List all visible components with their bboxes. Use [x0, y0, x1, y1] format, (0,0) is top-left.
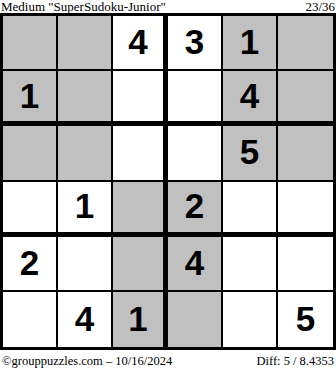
cell-r3c5: 5	[223, 126, 278, 181]
cell-r5c1: 2	[3, 237, 58, 292]
given-digit: 5	[296, 301, 315, 338]
cell-r5c5[interactable]	[223, 237, 278, 292]
cell-r6c3: 1	[113, 292, 168, 347]
cell-r5c6[interactable]	[278, 237, 333, 292]
cell-r4c1[interactable]	[3, 182, 58, 237]
cell-r3c6[interactable]	[278, 126, 333, 181]
cell-r1c4: 3	[168, 16, 223, 71]
cell-r6c6: 5	[278, 292, 333, 347]
copyright-credit: ©grouppuzzles.com – 10/16/2024	[2, 353, 172, 370]
puzzle-header: Medium "SuperSudoku-Junior" 23/36	[0, 0, 336, 13]
cell-r3c2[interactable]	[58, 126, 113, 181]
cell-r6c4[interactable]	[168, 292, 223, 347]
cell-r2c6[interactable]	[278, 71, 333, 126]
cell-r1c6[interactable]	[278, 16, 333, 71]
given-digit: 3	[185, 24, 204, 61]
cell-r4c3[interactable]	[113, 182, 168, 237]
given-digit: 5	[240, 134, 259, 171]
cell-r2c2[interactable]	[58, 71, 113, 126]
cell-r5c4: 4	[168, 237, 223, 292]
puzzle-page: Medium "SuperSudoku-Junior" 23/36 431145…	[0, 0, 336, 370]
given-digit: 1	[75, 188, 94, 225]
difficulty-rating: Diff: 5 / 8.4353	[256, 353, 334, 370]
cell-r1c2[interactable]	[58, 16, 113, 71]
cell-r3c4[interactable]	[168, 126, 223, 181]
cell-r1c3: 4	[113, 16, 168, 71]
given-digit: 4	[185, 245, 204, 282]
cell-r1c1[interactable]	[3, 16, 58, 71]
cell-r2c3[interactable]	[113, 71, 168, 126]
cell-r6c1[interactable]	[3, 292, 58, 347]
given-digit: 4	[128, 24, 147, 61]
given-digit: 1	[20, 78, 39, 115]
given-digit: 4	[75, 301, 94, 338]
cell-r4c2: 1	[58, 182, 113, 237]
cell-r1c5: 1	[223, 16, 278, 71]
cell-r2c1: 1	[3, 71, 58, 126]
cell-r4c5[interactable]	[223, 182, 278, 237]
cell-r6c2: 4	[58, 292, 113, 347]
cell-r4c4: 2	[168, 182, 223, 237]
cell-r3c1[interactable]	[3, 126, 58, 181]
given-digit: 4	[240, 78, 259, 115]
puzzle-title: Medium "SuperSudoku-Junior"	[1, 0, 166, 13]
sudoku-grid: 4311451224415	[0, 13, 336, 350]
cell-r5c3[interactable]	[113, 237, 168, 292]
cell-r5c2[interactable]	[58, 237, 113, 292]
puzzle-footer: ©grouppuzzles.com – 10/16/2024 Diff: 5 /…	[0, 350, 336, 370]
given-digit: 1	[128, 301, 147, 338]
cell-r3c3[interactable]	[113, 126, 168, 181]
cell-r2c4[interactable]	[168, 71, 223, 126]
empty-count: 23/36	[305, 0, 335, 13]
cell-r2c5: 4	[223, 71, 278, 126]
cell-r6c5[interactable]	[223, 292, 278, 347]
given-digit: 2	[185, 188, 204, 225]
cell-r4c6[interactable]	[278, 182, 333, 237]
given-digit: 1	[240, 24, 259, 61]
given-digit: 2	[20, 245, 39, 282]
